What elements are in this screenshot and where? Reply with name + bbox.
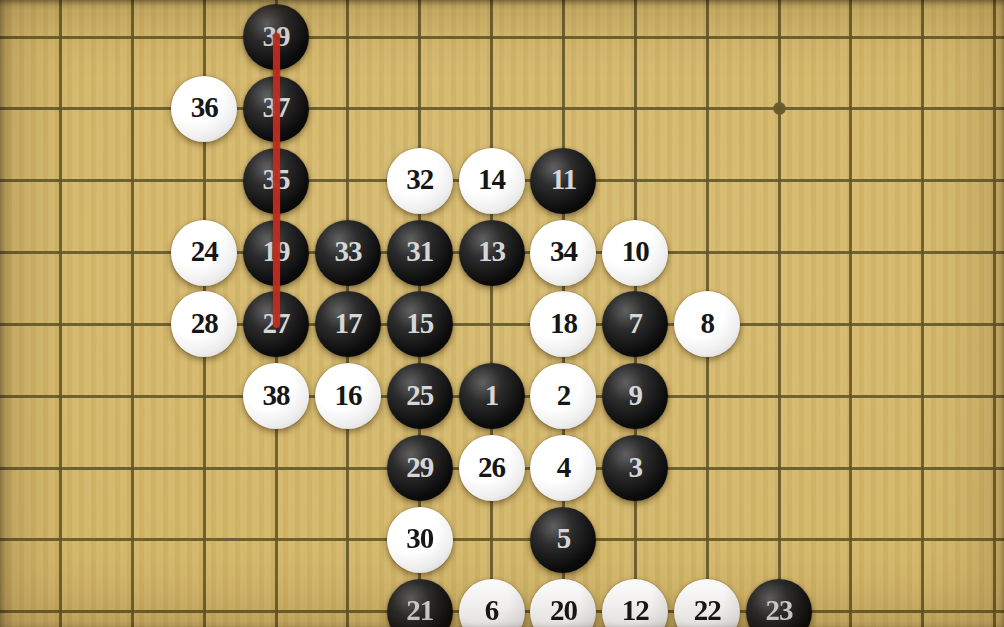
stone-move-number: 15 bbox=[406, 309, 433, 338]
stone-move-number: 20 bbox=[550, 596, 577, 625]
stone-black-31: 31 bbox=[387, 220, 453, 286]
stone-white-16: 16 bbox=[315, 363, 381, 429]
stone-move-number: 24 bbox=[191, 237, 218, 266]
stone-move-number: 38 bbox=[263, 381, 290, 410]
stone-move-number: 25 bbox=[406, 381, 433, 410]
stone-black-25: 25 bbox=[387, 363, 453, 429]
stone-black-33: 33 bbox=[315, 220, 381, 286]
stone-move-number: 18 bbox=[550, 309, 577, 338]
stone-white-24: 24 bbox=[171, 220, 237, 286]
stone-move-number: 10 bbox=[622, 237, 649, 266]
stone-move-number: 31 bbox=[406, 237, 433, 266]
stone-black-17: 17 bbox=[315, 291, 381, 357]
board-wood-background bbox=[0, 0, 1004, 627]
stone-move-number: 32 bbox=[406, 165, 433, 194]
grid-vertical-line bbox=[131, 0, 134, 627]
stone-black-11: 11 bbox=[530, 148, 596, 214]
stone-white-10: 10 bbox=[602, 220, 668, 286]
grid-vertical-line bbox=[490, 0, 493, 627]
stone-black-1: 1 bbox=[459, 363, 525, 429]
stone-move-number: 21 bbox=[406, 596, 433, 625]
grid-horizontal-line bbox=[0, 107, 1004, 110]
star-point bbox=[773, 102, 786, 115]
stone-move-number: 16 bbox=[334, 381, 361, 410]
stone-white-26: 26 bbox=[459, 435, 525, 501]
stone-move-number: 9 bbox=[629, 381, 643, 410]
stone-white-14: 14 bbox=[459, 148, 525, 214]
stone-black-3: 3 bbox=[602, 435, 668, 501]
stone-move-number: 4 bbox=[557, 453, 571, 482]
stone-black-15: 15 bbox=[387, 291, 453, 357]
stone-move-number: 33 bbox=[334, 237, 361, 266]
grid-vertical-line bbox=[849, 0, 852, 627]
stone-move-number: 30 bbox=[406, 524, 433, 553]
stone-move-number: 3 bbox=[629, 453, 643, 482]
stone-move-number: 13 bbox=[478, 237, 505, 266]
stone-move-number: 11 bbox=[551, 165, 576, 194]
stone-move-number: 6 bbox=[485, 596, 499, 625]
stone-move-number: 2 bbox=[557, 381, 571, 410]
stone-white-30: 30 bbox=[387, 507, 453, 573]
stone-move-number: 36 bbox=[191, 93, 218, 122]
stone-black-5: 5 bbox=[530, 507, 596, 573]
stone-move-number: 8 bbox=[700, 309, 714, 338]
stone-black-29: 29 bbox=[387, 435, 453, 501]
gomoku-board: 1234567891011121314151617181920212223242… bbox=[0, 0, 1004, 627]
stone-move-number: 7 bbox=[629, 309, 643, 338]
stone-move-number: 22 bbox=[694, 596, 721, 625]
grid-vertical-line bbox=[59, 0, 62, 627]
stone-move-number: 34 bbox=[550, 237, 577, 266]
grid-horizontal-line bbox=[0, 323, 1004, 326]
stone-move-number: 14 bbox=[478, 165, 505, 194]
stone-white-34: 34 bbox=[530, 220, 596, 286]
grid-horizontal-line bbox=[0, 538, 1004, 541]
stone-white-38: 38 bbox=[243, 363, 309, 429]
stone-move-number: 28 bbox=[191, 309, 218, 338]
stone-move-number: 1 bbox=[485, 381, 499, 410]
stone-move-number: 5 bbox=[557, 524, 571, 553]
stone-white-32: 32 bbox=[387, 148, 453, 214]
grid-vertical-line bbox=[921, 0, 924, 627]
grid-vertical-line bbox=[778, 0, 781, 627]
stone-move-number: 12 bbox=[622, 596, 649, 625]
stone-move-number: 17 bbox=[334, 309, 361, 338]
grid-horizontal-line bbox=[0, 36, 1004, 39]
winning-five-line bbox=[273, 33, 280, 328]
stone-move-number: 29 bbox=[406, 453, 433, 482]
stone-black-13: 13 bbox=[459, 220, 525, 286]
board-scene: 1234567891011121314151617181920212223242… bbox=[0, 0, 1004, 627]
stone-white-36: 36 bbox=[171, 76, 237, 142]
grid-vertical-line bbox=[993, 0, 996, 627]
stone-move-number: 23 bbox=[766, 596, 793, 625]
stone-move-number: 26 bbox=[478, 453, 505, 482]
